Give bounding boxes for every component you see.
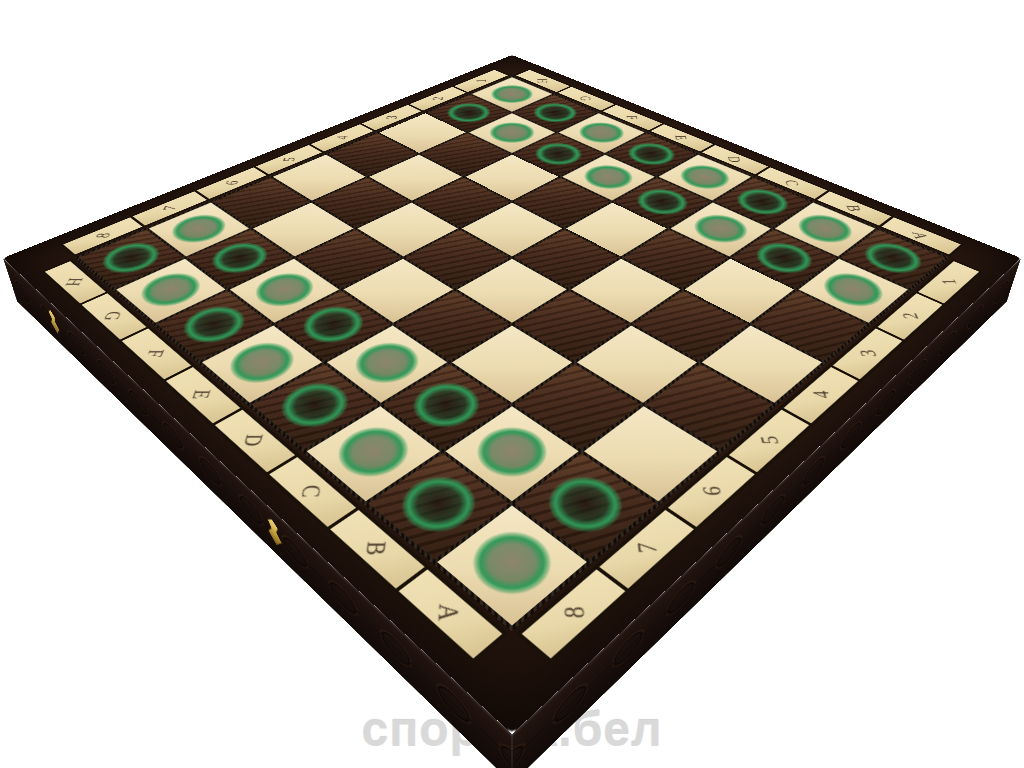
clasp-icon — [265, 513, 283, 551]
board-top-surface: HGFEDCBA 12345678 HGFEDCBA 12345678 ♜♞♝♚… — [3, 55, 1021, 734]
scene: HGFEDCBA 12345678 HGFEDCBA 12345678 ♜♞♝♚… — [0, 0, 1024, 768]
product-photo: спорток.бел HGFEDCBA 12345678 HGFEDCBA 1… — [0, 0, 1024, 768]
chess-board: HGFEDCBA 12345678 HGFEDCBA 12345678 ♜♞♝♚… — [3, 55, 1021, 734]
board-squares: ♜♞♝♚♛♝♞♜♟♟♟♟♟♟♟♟♟♟♟♟♟♟♟♟♜♞♝♚♛♝♞♜ — [75, 76, 950, 631]
